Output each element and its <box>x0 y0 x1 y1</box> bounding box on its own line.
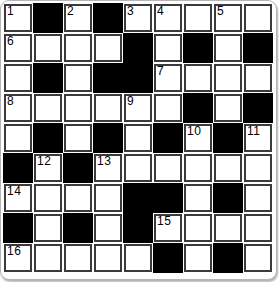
cell-r4c2[interactable] <box>34 94 62 122</box>
cell-r2c2[interactable] <box>34 34 62 62</box>
cell-r6c8[interactable] <box>214 154 242 182</box>
cell-r7c2[interactable] <box>34 184 62 212</box>
cell-r3c9[interactable] <box>244 64 272 92</box>
cell-r9c4[interactable] <box>94 244 122 272</box>
block-r9c8 <box>214 244 242 272</box>
cell-r5c9[interactable]: 11 <box>244 124 272 152</box>
clue-number-10: 10 <box>187 125 201 138</box>
clue-number-15: 15 <box>157 215 171 228</box>
cell-r6c9[interactable] <box>244 154 272 182</box>
block-r3c4 <box>94 64 122 92</box>
cell-r8c9[interactable] <box>244 214 272 242</box>
block-r5c6 <box>154 124 182 152</box>
clue-number-1: 1 <box>7 5 14 18</box>
cell-r5c7[interactable]: 10 <box>184 124 212 152</box>
block-r8c5 <box>124 214 152 242</box>
cell-r4c1[interactable]: 8 <box>4 94 32 122</box>
clue-number-7: 7 <box>157 65 164 78</box>
cell-r7c4[interactable] <box>94 184 122 212</box>
cell-r8c6[interactable]: 15 <box>154 214 182 242</box>
cell-r7c9[interactable] <box>244 184 272 212</box>
cell-r1c8[interactable]: 5 <box>214 4 242 32</box>
block-r4c7 <box>184 94 212 122</box>
block-r3c2 <box>34 64 62 92</box>
cell-r9c7[interactable] <box>184 244 212 272</box>
cell-r9c9[interactable] <box>244 244 272 272</box>
cell-r4c3[interactable] <box>64 94 92 122</box>
block-r6c3 <box>64 154 92 182</box>
cell-r5c5[interactable] <box>124 124 152 152</box>
cell-r7c7[interactable] <box>184 184 212 212</box>
clue-number-4: 4 <box>157 5 164 18</box>
cell-r2c6[interactable] <box>154 34 182 62</box>
clue-number-3: 3 <box>127 5 134 18</box>
block-r1c4 <box>94 4 122 32</box>
cell-r5c3[interactable] <box>64 124 92 152</box>
cell-r6c6[interactable] <box>154 154 182 182</box>
crossword-card: 12345678910111213141516 <box>0 0 277 280</box>
cell-r8c7[interactable] <box>184 214 212 242</box>
block-r1c2 <box>34 4 62 32</box>
cell-r1c7[interactable] <box>184 4 212 32</box>
clue-number-13: 13 <box>97 155 111 168</box>
cell-r7c3[interactable] <box>64 184 92 212</box>
cell-r6c2[interactable]: 12 <box>34 154 62 182</box>
clue-number-6: 6 <box>7 35 14 48</box>
cell-r1c1[interactable]: 1 <box>4 4 32 32</box>
cell-r5c1[interactable] <box>4 124 32 152</box>
block-r3c5 <box>124 64 152 92</box>
cell-r7c1[interactable]: 14 <box>4 184 32 212</box>
cell-r1c3[interactable]: 2 <box>64 4 92 32</box>
clue-number-14: 14 <box>7 185 21 198</box>
cell-r9c1[interactable]: 16 <box>4 244 32 272</box>
clue-number-9: 9 <box>127 95 134 108</box>
block-r2c5 <box>124 34 152 62</box>
block-r6c1 <box>4 154 32 182</box>
block-r5c4 <box>94 124 122 152</box>
cell-r2c1[interactable]: 6 <box>4 34 32 62</box>
block-r9c6 <box>154 244 182 272</box>
clue-number-12: 12 <box>37 155 51 168</box>
block-r4c9 <box>244 94 272 122</box>
cell-r1c6[interactable]: 4 <box>154 4 182 32</box>
cell-r6c4[interactable]: 13 <box>94 154 122 182</box>
cell-r4c5[interactable]: 9 <box>124 94 152 122</box>
block-r7c8 <box>214 184 242 212</box>
cell-r8c8[interactable] <box>214 214 242 242</box>
cell-r4c8[interactable] <box>214 94 242 122</box>
cell-r4c6[interactable] <box>154 94 182 122</box>
clue-number-2: 2 <box>67 5 74 18</box>
cell-r2c3[interactable] <box>64 34 92 62</box>
block-r2c7 <box>184 34 212 62</box>
cell-r1c9[interactable] <box>244 4 272 32</box>
block-r7c6 <box>154 184 182 212</box>
cell-r6c7[interactable] <box>184 154 212 182</box>
cell-r8c2[interactable] <box>34 214 62 242</box>
cell-r3c7[interactable] <box>184 64 212 92</box>
block-r8c3 <box>64 214 92 242</box>
block-r2c9 <box>244 34 272 62</box>
cell-r4c4[interactable] <box>94 94 122 122</box>
crossword-board: 12345678910111213141516 <box>4 4 272 272</box>
block-r5c8 <box>214 124 242 152</box>
cell-r6c5[interactable] <box>124 154 152 182</box>
clue-number-5: 5 <box>217 5 224 18</box>
clue-number-11: 11 <box>247 125 260 138</box>
cell-r9c5[interactable] <box>124 244 152 272</box>
cell-r2c4[interactable] <box>94 34 122 62</box>
cell-r3c3[interactable] <box>64 64 92 92</box>
block-r7c5 <box>124 184 152 212</box>
cell-r1c5[interactable]: 3 <box>124 4 152 32</box>
cell-r9c2[interactable] <box>34 244 62 272</box>
cell-r3c6[interactable]: 7 <box>154 64 182 92</box>
cell-r3c8[interactable] <box>214 64 242 92</box>
cell-r9c3[interactable] <box>64 244 92 272</box>
cell-r3c1[interactable] <box>4 64 32 92</box>
cell-r8c4[interactable] <box>94 214 122 242</box>
cell-r2c8[interactable] <box>214 34 242 62</box>
clue-number-8: 8 <box>7 95 14 108</box>
clue-number-16: 16 <box>7 245 21 258</box>
block-r5c2 <box>34 124 62 152</box>
block-r8c1 <box>4 214 32 242</box>
